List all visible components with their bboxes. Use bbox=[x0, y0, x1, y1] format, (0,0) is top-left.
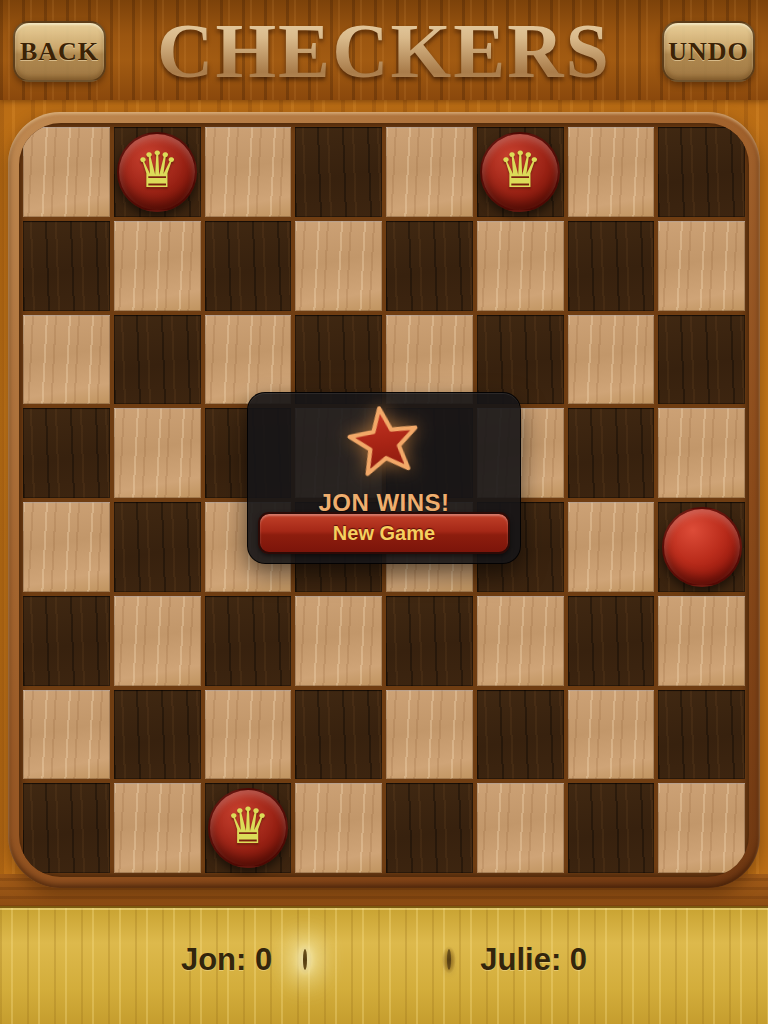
board-cell-r4c1[interactable] bbox=[23, 408, 110, 498]
red-king-piece[interactable]: ♛ bbox=[117, 132, 197, 212]
board-cell-r8c2[interactable] bbox=[114, 783, 201, 873]
board-cell-r6c5[interactable] bbox=[386, 596, 473, 686]
board-cell-r5c8[interactable] bbox=[658, 502, 745, 592]
board-cell-r1c3[interactable] bbox=[205, 127, 292, 217]
board-cell-r8c3[interactable]: ♛ bbox=[205, 783, 292, 873]
board-cell-r4c7[interactable] bbox=[568, 408, 655, 498]
checkers-app: BACK CHECKERS UNDO ♛♛♛ JON WINS! New Gam… bbox=[0, 0, 768, 1024]
board-cell-r1c4[interactable] bbox=[295, 127, 382, 217]
board-cell-r8c1[interactable] bbox=[23, 783, 110, 873]
board-cell-r2c8[interactable] bbox=[658, 221, 745, 311]
board-cell-r8c5[interactable] bbox=[386, 783, 473, 873]
score-row: Jon: 0 Julie: 0 bbox=[181, 942, 587, 978]
board-cell-r7c6[interactable] bbox=[477, 690, 564, 780]
board-cell-r6c6[interactable] bbox=[477, 596, 564, 686]
board-cell-r2c1[interactable] bbox=[23, 221, 110, 311]
win-dialog: JON WINS! New Game bbox=[247, 392, 521, 564]
board-cell-r5c1[interactable] bbox=[23, 502, 110, 592]
board-cell-r1c1[interactable] bbox=[23, 127, 110, 217]
board-cell-r7c5[interactable] bbox=[386, 690, 473, 780]
app-title: CHECKERS bbox=[0, 0, 768, 100]
board-cell-r2c7[interactable] bbox=[568, 221, 655, 311]
board-cell-r6c1[interactable] bbox=[23, 596, 110, 686]
board-cell-r3c2[interactable] bbox=[114, 315, 201, 405]
board-cell-r1c6[interactable]: ♛ bbox=[477, 127, 564, 217]
board-cell-r6c4[interactable] bbox=[295, 596, 382, 686]
board-cell-r2c3[interactable] bbox=[205, 221, 292, 311]
star-icon bbox=[339, 400, 429, 486]
board-cell-r3c5[interactable] bbox=[386, 315, 473, 405]
board-cell-r8c4[interactable] bbox=[295, 783, 382, 873]
board-cell-r6c8[interactable] bbox=[658, 596, 745, 686]
crown-icon: ♛ bbox=[135, 145, 180, 195]
board-cell-r3c7[interactable] bbox=[568, 315, 655, 405]
board-cell-r1c8[interactable] bbox=[658, 127, 745, 217]
black-piece-socket bbox=[442, 946, 456, 974]
board-cell-r3c8[interactable] bbox=[658, 315, 745, 405]
undo-button[interactable]: UNDO bbox=[662, 21, 755, 82]
header: BACK CHECKERS UNDO bbox=[0, 0, 768, 100]
red-piece-socket bbox=[298, 946, 312, 974]
board-cell-r7c2[interactable] bbox=[114, 690, 201, 780]
board-cell-r7c4[interactable] bbox=[295, 690, 382, 780]
board-cell-r3c3[interactable] bbox=[205, 315, 292, 405]
board-cell-r7c3[interactable] bbox=[205, 690, 292, 780]
board-cell-r1c2[interactable]: ♛ bbox=[114, 127, 201, 217]
board-cell-r1c5[interactable] bbox=[386, 127, 473, 217]
board-cell-r6c2[interactable] bbox=[114, 596, 201, 686]
julie-score-label: Julie: 0 bbox=[480, 942, 587, 978]
board-cell-r3c4[interactable] bbox=[295, 315, 382, 405]
scoreboard: Jon: 0 Julie: 0 bbox=[0, 906, 768, 1024]
red-king-piece[interactable]: ♛ bbox=[480, 132, 560, 212]
red-king-piece[interactable]: ♛ bbox=[208, 788, 288, 868]
board-cell-r7c1[interactable] bbox=[23, 690, 110, 780]
board-cell-r2c4[interactable] bbox=[295, 221, 382, 311]
board-cell-r7c8[interactable] bbox=[658, 690, 745, 780]
jon-red-piece-icon bbox=[303, 949, 307, 970]
board-cell-r7c7[interactable] bbox=[568, 690, 655, 780]
jon-score-label: Jon: 0 bbox=[181, 942, 272, 978]
crown-icon: ♛ bbox=[498, 145, 543, 195]
board-cell-r6c3[interactable] bbox=[205, 596, 292, 686]
board-cell-r4c2[interactable] bbox=[114, 408, 201, 498]
julie-black-piece-icon bbox=[447, 949, 451, 970]
board-cell-r5c2[interactable] bbox=[114, 502, 201, 592]
board-cell-r6c7[interactable] bbox=[568, 596, 655, 686]
red-man-piece[interactable] bbox=[662, 507, 742, 587]
crown-icon: ♛ bbox=[225, 801, 270, 851]
board-cell-r2c5[interactable] bbox=[386, 221, 473, 311]
board-cell-r8c7[interactable] bbox=[568, 783, 655, 873]
board-cell-r8c6[interactable] bbox=[477, 783, 564, 873]
board-cell-r2c2[interactable] bbox=[114, 221, 201, 311]
board-cell-r5c7[interactable] bbox=[568, 502, 655, 592]
board-cell-r2c6[interactable] bbox=[477, 221, 564, 311]
board-cell-r1c7[interactable] bbox=[568, 127, 655, 217]
board-cell-r3c1[interactable] bbox=[23, 315, 110, 405]
board-cell-r8c8[interactable] bbox=[658, 783, 745, 873]
board-cell-r4c8[interactable] bbox=[658, 408, 745, 498]
new-game-button[interactable]: New Game bbox=[258, 512, 510, 554]
board-cell-r3c6[interactable] bbox=[477, 315, 564, 405]
